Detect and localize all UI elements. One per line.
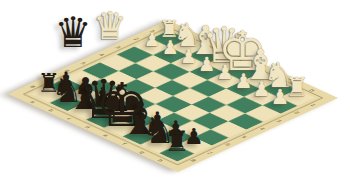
pieces-layer: ♜♛♟♞♛♟♝♟♛♟♚♟♝♟♟♞♜♟♟♜♞♟♟♝♟♛♟♚♟♝♟♞♟♜ — [0, 0, 350, 186]
piece-white-pawn-c2[interactable]: ♟ — [180, 47, 197, 66]
piece-white-pawn-a2[interactable]: ♟ — [144, 30, 161, 49]
piece-white-pawn-e2[interactable]: ♟ — [216, 63, 234, 83]
piece-white-pawn-f2[interactable]: ♟ — [234, 71, 252, 91]
piece-white-pawn-h2[interactable]: ♟ — [271, 87, 290, 108]
piece-white-pawn-b2[interactable]: ♟ — [162, 38, 179, 57]
spare-white-queen[interactable]: ♛ — [93, 7, 127, 45]
piece-white-pawn-g2[interactable]: ♟ — [253, 79, 271, 99]
spare-black-queen[interactable]: ♛ — [54, 12, 92, 54]
piece-white-pawn-d2[interactable]: ♟ — [198, 55, 216, 75]
piece-black-rook-h8[interactable]: ♜ — [164, 128, 189, 156]
chess-set-product-photo: aabbccddeeffgghh1122334455667788 ♜♛♟♞♛♟♝… — [0, 0, 350, 186]
